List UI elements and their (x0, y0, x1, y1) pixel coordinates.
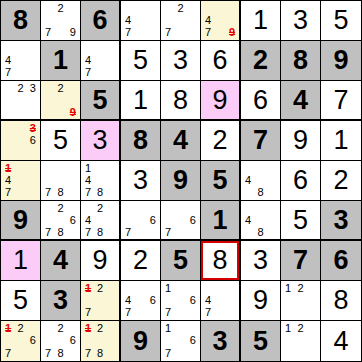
solved-digit: 7 (333, 87, 348, 114)
candidate-crossed: 9 (226, 27, 238, 39)
solved-digit: 3 (92, 127, 107, 154)
candidate: 1 (282, 282, 294, 294)
candidate: 4 (202, 14, 214, 26)
given-digit: 6 (92, 7, 107, 34)
cell-r5c5[interactable]: 9 (161, 161, 201, 201)
candidate: 8 (54, 347, 66, 360)
candidate-grid: 47 (122, 2, 159, 39)
solved-digit: 1 (333, 127, 348, 154)
candidate: 6 (147, 294, 159, 306)
candidate: 6 (187, 335, 199, 348)
candidate-grid: 1478 (82, 162, 118, 199)
candidate: 9 (67, 27, 79, 39)
given-digit: 8 (133, 127, 148, 154)
candidate-grid: 12 (282, 282, 319, 319)
candidate: 6 (187, 214, 199, 226)
candidate-grid: 167 (162, 322, 199, 360)
cell-r2c2[interactable]: 1 (41, 41, 81, 81)
given-digit: 9 (173, 167, 188, 194)
candidate-crossed: 1 (82, 282, 94, 294)
candidate: 2 (94, 282, 106, 294)
cell-r5c2[interactable]: 78 (41, 161, 81, 201)
solved-digit: 3 (253, 247, 268, 274)
cell-r9c2[interactable]: 2678 (41, 321, 81, 361)
cell-r1c1[interactable]: 8 (1, 1, 41, 41)
given-digit: 7 (293, 247, 308, 274)
cell-r7c7[interactable]: 3 (241, 241, 281, 281)
candidate-grid: 147 (2, 162, 39, 199)
given-digit: 5 (212, 167, 227, 194)
candidate: 7 (162, 307, 174, 319)
given-digit: 5 (253, 328, 268, 355)
candidate-grid: 47 (202, 282, 238, 319)
cell-r7c2[interactable]: 4 (41, 241, 81, 281)
candidate: 6 (67, 335, 79, 348)
candidate-grid: 27 (162, 2, 199, 39)
solved-digit: 3 (293, 7, 308, 34)
cell-r7c6[interactable]: 8 (201, 241, 241, 281)
cell-r1c4[interactable]: 47 (121, 1, 161, 41)
cell-r4c6[interactable]: 2 (201, 121, 241, 161)
given-digit: 4 (53, 247, 68, 274)
candidate-grid: 2678 (42, 322, 79, 360)
given-digit: 5 (92, 87, 107, 114)
candidate: 4 (82, 214, 94, 226)
candidate-grid: 467 (122, 282, 159, 319)
cell-r4c2[interactable]: 5 (41, 121, 81, 161)
cell-r9c6[interactable]: 3 (201, 321, 241, 361)
candidate: 2 (14, 322, 26, 335)
candidate: 4 (202, 294, 214, 306)
cell-r6c7[interactable]: 48 (241, 201, 281, 241)
cell-r9c8[interactable]: 12 (281, 321, 321, 361)
candidate-grid: 78 (42, 162, 79, 199)
cell-r9c5[interactable]: 167 (161, 321, 201, 361)
candidate-grid: 2678 (42, 202, 79, 238)
candidate: 7 (162, 27, 174, 39)
cell-r6c6[interactable]: 1 (201, 201, 241, 241)
solved-digit: 1 (133, 87, 148, 114)
given-digit: 8 (293, 47, 308, 74)
candidate: 7 (2, 347, 14, 360)
cell-r4c3[interactable]: 3 (81, 121, 121, 161)
cell-r7c1[interactable]: 1 (1, 241, 41, 281)
given-digit: 9 (133, 328, 148, 355)
candidate: 4 (242, 174, 254, 186)
cell-r2c8[interactable]: 8 (281, 41, 321, 81)
given-digit: 5 (173, 247, 188, 274)
solved-digit: 5 (13, 287, 28, 314)
candidate: 2 (94, 202, 106, 214)
cell-r9c9[interactable]: 4 (321, 321, 361, 361)
solved-digit: 9 (293, 127, 308, 154)
candidate: 4 (122, 14, 134, 26)
candidate: 4 (82, 54, 94, 66)
candidate: 2 (14, 82, 26, 94)
candidate: 7 (202, 307, 214, 319)
candidate: 8 (94, 187, 106, 199)
candidate-grid: 47 (2, 42, 39, 79)
candidate-grid: 48 (242, 162, 279, 199)
cell-r3c9[interactable]: 7 (321, 81, 361, 121)
candidate: 7 (82, 67, 94, 79)
cell-r2c5[interactable]: 3 (161, 41, 201, 81)
candidate: 2 (54, 322, 66, 335)
solved-digit: 5 (293, 207, 308, 234)
candidate: 7 (42, 226, 54, 238)
cell-r7c9[interactable]: 6 (321, 241, 361, 281)
given-digit: 3 (53, 287, 68, 314)
cell-r8c6[interactable]: 47 (201, 281, 241, 321)
cell-r6c1[interactable]: 9 (1, 201, 41, 241)
candidate: 7 (2, 67, 14, 79)
cell-r6c4[interactable]: 67 (121, 201, 161, 241)
candidate: 1 (82, 162, 94, 174)
candidate-grid: 2478 (82, 202, 118, 238)
candidate: 8 (254, 226, 266, 238)
cell-r4c4[interactable]: 8 (121, 121, 161, 161)
candidate: 6 (147, 214, 159, 226)
cell-r3c1[interactable]: 23 (1, 81, 41, 121)
cell-r1c7[interactable]: 1 (241, 1, 281, 41)
candidate: 1 (282, 322, 294, 335)
cell-r3c2[interactable]: 29 (41, 81, 81, 121)
candidate-crossed: 1 (82, 322, 94, 335)
cell-r5c9[interactable]: 2 (321, 161, 361, 201)
given-digit: 1 (212, 207, 227, 234)
candidate: 4 (122, 294, 134, 306)
cell-r1c2[interactable]: 279 (41, 1, 81, 41)
cell-r6c8[interactable]: 5 (281, 201, 321, 241)
candidate: 2 (94, 322, 106, 335)
solved-digit: 5 (333, 7, 348, 34)
cell-r7c4[interactable]: 2 (121, 241, 161, 281)
candidate: 7 (162, 347, 174, 360)
candidate: 7 (42, 347, 54, 360)
cell-r3c4[interactable]: 1 (121, 81, 161, 121)
solved-digit: 9 (212, 87, 227, 114)
candidate-grid: 167 (162, 282, 199, 319)
cell-r5c4[interactable]: 3 (121, 161, 161, 201)
candidate-grid: 67 (122, 202, 159, 238)
solved-digit: 6 (212, 47, 227, 74)
candidate: 6 (27, 134, 39, 146)
candidate: 2 (294, 282, 306, 294)
cell-r2c7[interactable]: 2 (241, 41, 281, 81)
candidate-grid: 1278 (82, 322, 118, 360)
candidate: 7 (2, 187, 14, 199)
cell-r5c6[interactable]: 5 (201, 161, 241, 201)
candidate: 4 (2, 54, 14, 66)
cell-r2c1[interactable]: 47 (1, 41, 41, 81)
given-digit: 2 (253, 47, 268, 74)
cell-r6c2[interactable]: 2678 (41, 201, 81, 241)
cell-r9c7[interactable]: 5 (241, 321, 281, 361)
given-digit: 3 (212, 328, 227, 355)
cell-r7c8[interactable]: 7 (281, 241, 321, 281)
candidate-grid: 479 (202, 2, 238, 39)
given-digit: 4 (173, 127, 188, 154)
candidate: 8 (254, 187, 266, 199)
candidate: 7 (42, 187, 54, 199)
candidate-grid: 127 (82, 282, 118, 319)
cell-r8c8[interactable]: 12 (281, 281, 321, 321)
solved-digit: 6 (253, 87, 268, 114)
solved-digit: 5 (133, 47, 148, 74)
cell-r2c9[interactable]: 9 (321, 41, 361, 81)
candidate: 2 (294, 322, 306, 335)
candidate: 7 (202, 27, 214, 39)
cell-r1c8[interactable]: 3 (281, 1, 321, 41)
cell-r5c3[interactable]: 1478 (81, 161, 121, 201)
candidate-crossed: 3 (27, 122, 39, 134)
cell-r8c7[interactable]: 9 (241, 281, 281, 321)
candidate-grid: 36 (2, 122, 39, 159)
solved-digit: 1 (253, 7, 268, 34)
given-digit: 9 (333, 47, 348, 74)
given-digit: 4 (293, 87, 308, 114)
candidate-grid: 12 (282, 322, 319, 360)
cell-r4c7[interactable]: 7 (241, 121, 281, 161)
cell-r2c3[interactable]: 47 (81, 41, 121, 81)
given-digit: 6 (333, 247, 348, 274)
cell-r5c7[interactable]: 48 (241, 161, 281, 201)
candidate-crossed: 9 (67, 106, 79, 118)
candidate: 6 (67, 214, 79, 226)
cell-r5c1[interactable]: 147 (1, 161, 41, 201)
cell-r8c9[interactable]: 8 (321, 281, 361, 321)
candidate: 1 (162, 322, 174, 335)
cell-r4c8[interactable]: 9 (281, 121, 321, 161)
candidate: 8 (94, 347, 106, 360)
candidate: 2 (54, 82, 66, 94)
candidate: 7 (162, 226, 174, 238)
candidate-crossed: 1 (2, 322, 14, 335)
cell-r4c1[interactable]: 36 (1, 121, 41, 161)
cell-r4c5[interactable]: 4 (161, 121, 201, 161)
candidate-grid: 67 (162, 202, 199, 238)
cell-r9c4[interactable]: 9 (121, 321, 161, 361)
cell-r6c3[interactable]: 2478 (81, 201, 121, 241)
given-digit: 7 (253, 127, 268, 154)
candidate: 8 (54, 187, 66, 199)
candidate: 7 (82, 226, 94, 238)
cell-r6c5[interactable]: 67 (161, 201, 201, 241)
candidate: 7 (82, 347, 94, 360)
candidate: 4 (82, 174, 94, 186)
candidate: 1 (162, 282, 174, 294)
candidate-grid: 23 (2, 82, 39, 118)
candidate: 7 (42, 27, 54, 39)
cell-r1c9[interactable]: 5 (321, 1, 361, 41)
cell-r1c5[interactable]: 27 (161, 1, 201, 41)
candidate: 6 (27, 335, 39, 348)
candidate: 8 (54, 226, 66, 238)
candidate: 7 (82, 307, 94, 319)
candidate-grid: 47 (82, 42, 118, 79)
candidate-grid: 1267 (2, 322, 39, 360)
cell-r9c3[interactable]: 1278 (81, 321, 121, 361)
candidate: 4 (2, 174, 14, 186)
cell-r8c4[interactable]: 467 (121, 281, 161, 321)
candidate: 3 (27, 82, 39, 94)
cell-r6c9[interactable]: 3 (321, 201, 361, 241)
cell-r2c6[interactable]: 6 (201, 41, 241, 81)
cell-r3c7[interactable]: 6 (241, 81, 281, 121)
solved-digit: 5 (53, 127, 68, 154)
solved-digit: 1 (13, 247, 28, 274)
cell-r4c9[interactable]: 1 (321, 121, 361, 161)
cell-r5c8[interactable]: 6 (281, 161, 321, 201)
candidate: 2 (174, 2, 186, 14)
given-digit: 3 (333, 207, 348, 234)
candidate-grid: 29 (42, 82, 79, 118)
solved-digit: 3 (133, 167, 148, 194)
candidate: 7 (122, 307, 134, 319)
cell-r8c2[interactable]: 3 (41, 281, 81, 321)
solved-digit: 9 (92, 247, 107, 274)
cell-r7c3[interactable]: 9 (81, 241, 121, 281)
solved-digit: 2 (333, 167, 348, 194)
candidate: 2 (54, 202, 66, 214)
candidate-grid: 48 (242, 202, 279, 238)
cell-r3c3[interactable]: 5 (81, 81, 121, 121)
sudoku-board: 8279647274791354714753628923295189647365… (0, 0, 362, 362)
cell-r1c3[interactable]: 6 (81, 1, 121, 41)
given-digit: 8 (13, 7, 28, 34)
candidate: 6 (187, 294, 199, 306)
cell-r3c8[interactable]: 4 (281, 81, 321, 121)
cell-r9c1[interactable]: 1267 (1, 321, 41, 361)
solved-digit: 8 (212, 247, 227, 274)
solved-digit: 3 (173, 47, 188, 74)
candidate-grid: 279 (42, 2, 79, 39)
candidate: 4 (242, 214, 254, 226)
solved-digit: 2 (212, 127, 227, 154)
candidate: 7 (122, 226, 134, 238)
cell-r7c5[interactable]: 5 (161, 241, 201, 281)
cell-r1c6[interactable]: 479 (201, 1, 241, 41)
cell-r2c4[interactable]: 5 (121, 41, 161, 81)
given-digit: 9 (13, 207, 28, 234)
solved-digit: 4 (333, 328, 348, 355)
candidate: 8 (94, 226, 106, 238)
cell-r3c6[interactable]: 9 (201, 81, 241, 121)
solved-digit: 8 (173, 87, 188, 114)
cell-r8c1[interactable]: 5 (1, 281, 41, 321)
given-digit: 1 (53, 47, 68, 74)
cell-r8c3[interactable]: 127 (81, 281, 121, 321)
candidate: 2 (54, 2, 66, 14)
solved-digit: 6 (293, 167, 308, 194)
solved-digit: 2 (133, 247, 148, 274)
cell-r8c5[interactable]: 167 (161, 281, 201, 321)
solved-digit: 8 (333, 287, 348, 314)
solved-digit: 9 (253, 287, 268, 314)
candidate: 7 (122, 27, 134, 39)
candidate: 7 (82, 187, 94, 199)
cell-r3c5[interactable]: 8 (161, 81, 201, 121)
candidate-crossed: 1 (2, 162, 14, 174)
